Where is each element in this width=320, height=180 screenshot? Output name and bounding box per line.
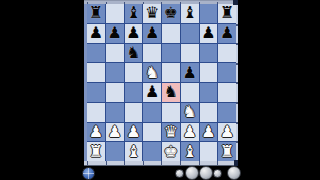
square-c1[interactable]: ♝ [125,142,143,161]
square-g8[interactable] [200,4,218,23]
white-bishop: ♝ [126,143,140,159]
square-c5[interactable] [125,63,143,82]
black-knight: ♞ [164,84,178,100]
frame-corner-notch [233,0,238,5]
black-bishop: ♝ [126,5,140,21]
nav-first-button[interactable] [175,169,184,178]
frame-tick [180,161,181,165]
square-c8[interactable]: ♝ [125,4,143,23]
nav-next-button[interactable] [199,166,213,180]
frame-tick [236,43,238,45]
frame-tick [236,63,238,65]
square-f3[interactable]: ♞ [181,103,199,122]
square-e3[interactable] [162,103,180,122]
square-d4[interactable]: ♟ [143,83,161,102]
square-g3[interactable] [200,103,218,122]
square-b2[interactable]: ♟ [106,123,124,142]
square-g4[interactable] [200,83,218,102]
side-round-button[interactable] [227,166,241,180]
square-e2[interactable]: ♛ [162,123,180,142]
square-b3[interactable] [106,103,124,122]
frame-tick [106,161,107,165]
black-pawn: ♟ [145,84,159,100]
square-c3[interactable] [125,103,143,122]
white-rook: ♜ [220,143,234,159]
white-knight: ♞ [182,104,196,120]
square-e4[interactable]: ♞ [162,83,180,102]
black-rook: ♜ [89,5,103,21]
square-c7[interactable]: ♟ [125,24,143,43]
square-f4[interactable] [181,83,199,102]
square-a4[interactable] [87,83,105,102]
square-b7[interactable]: ♟ [106,24,124,43]
globe-button[interactable] [82,167,95,180]
black-rook: ♜ [220,5,234,21]
square-c2[interactable]: ♟ [125,123,143,142]
white-pawn: ♟ [201,123,215,139]
square-c6[interactable]: ♞ [125,44,143,63]
square-d5[interactable]: ♞ [143,63,161,82]
white-pawn: ♟ [107,123,121,139]
frame-tick [217,161,218,165]
black-pawn: ♟ [126,25,140,41]
square-g2[interactable]: ♟ [200,123,218,142]
square-g5[interactable] [200,63,218,82]
square-h4[interactable] [218,83,236,102]
square-h8[interactable]: ♜ [218,4,236,23]
nav-prev-button[interactable] [185,166,199,180]
nav-last-button[interactable] [213,169,222,178]
black-pawn: ♟ [201,25,215,41]
black-pawn: ♟ [220,25,234,41]
square-h6[interactable] [218,44,236,63]
chess-board: ♜♝♛♚♝♜♟♟♟♟♟♟♞♞♟♟♞♞♟♟♟♛♟♟♟♜♝♚♝♜ [87,4,236,161]
black-queen: ♛ [145,5,159,21]
square-g1[interactable] [200,142,218,161]
square-a5[interactable] [87,63,105,82]
black-bishop: ♝ [182,5,196,21]
square-h5[interactable] [218,63,236,82]
frame-tick [236,141,238,143]
frame-tick [87,161,88,165]
square-d3[interactable] [143,103,161,122]
frame-tick [236,122,238,124]
white-rook: ♜ [89,143,103,159]
square-e5[interactable] [162,63,180,82]
black-king: ♚ [164,5,178,21]
square-h3[interactable] [218,103,236,122]
square-b4[interactable] [106,83,124,102]
white-pawn: ♟ [126,123,140,139]
black-pawn: ♟ [145,25,159,41]
square-h7[interactable]: ♟ [218,24,236,43]
square-f2[interactable]: ♟ [181,123,199,142]
square-a8[interactable]: ♜ [87,4,105,23]
black-pawn: ♟ [182,64,196,80]
square-f8[interactable]: ♝ [181,4,199,23]
frame-tick [236,82,238,84]
frame-tick [199,161,200,165]
square-f7[interactable] [181,24,199,43]
square-g6[interactable] [200,44,218,63]
square-h1[interactable]: ♜ [218,142,236,161]
frame-tick [143,161,144,165]
square-e8[interactable]: ♚ [162,4,180,23]
black-knight: ♞ [126,44,140,60]
video-frame: ♜♝♛♚♝♜♟♟♟♟♟♟♞♞♟♟♞♞♟♟♟♛♟♟♟♜♝♚♝♜ [0,0,320,180]
black-pawn: ♟ [89,25,103,41]
square-h2[interactable]: ♟ [218,123,236,142]
square-f5[interactable]: ♟ [181,63,199,82]
white-pawn: ♟ [89,123,103,139]
white-knight: ♞ [145,64,159,80]
white-queen: ♛ [164,123,178,139]
square-d6[interactable] [143,44,161,63]
square-e7[interactable] [162,24,180,43]
square-a3[interactable] [87,103,105,122]
frame-tick [236,24,238,26]
square-d8[interactable]: ♛ [143,4,161,23]
square-e6[interactable] [162,44,180,63]
square-b1[interactable] [106,142,124,161]
frame-tick [124,161,125,165]
square-g7[interactable]: ♟ [200,24,218,43]
chess-viewer: ♜♝♛♚♝♜♟♟♟♟♟♟♞♞♟♟♞♞♟♟♟♛♟♟♟♜♝♚♝♜ [84,0,238,166]
square-a6[interactable] [87,44,105,63]
white-king: ♚ [164,143,178,159]
square-b8[interactable] [106,4,124,23]
square-d1[interactable] [143,142,161,161]
square-a1[interactable]: ♜ [87,142,105,161]
square-a7[interactable]: ♟ [87,24,105,43]
square-d7[interactable]: ♟ [143,24,161,43]
square-b5[interactable] [106,63,124,82]
square-c4[interactable] [125,83,143,102]
square-e1[interactable]: ♚ [162,142,180,161]
white-bishop: ♝ [182,143,196,159]
frame-tick [236,102,238,104]
square-d2[interactable] [143,123,161,142]
square-f6[interactable] [181,44,199,63]
white-pawn: ♟ [220,123,234,139]
black-pawn: ♟ [107,25,121,41]
frame-tick [161,161,162,165]
board-frame: ♜♝♛♚♝♜♟♟♟♟♟♟♞♞♟♟♞♞♟♟♟♛♟♟♟♜♝♚♝♜ [84,4,238,161]
square-f1[interactable]: ♝ [181,142,199,161]
board-frame-bottom [84,161,238,166]
white-pawn: ♟ [182,123,196,139]
square-b6[interactable] [106,44,124,63]
square-a2[interactable]: ♟ [87,123,105,142]
